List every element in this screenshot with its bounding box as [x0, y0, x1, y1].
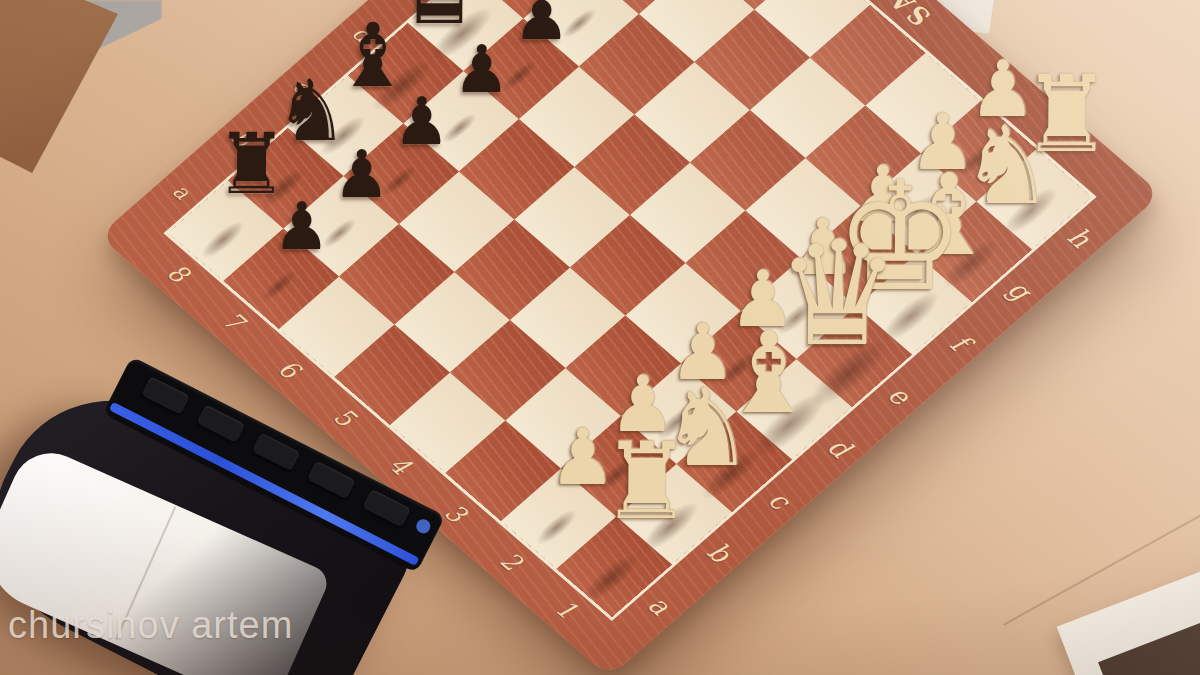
clock-button-2	[196, 404, 245, 443]
piece-black-pawn-a7: ♟	[272, 194, 329, 260]
piece-black-pawn-b7: ♟	[332, 141, 389, 207]
file-label-near-a: a	[641, 590, 676, 621]
bishop-drawing-icon: ♝	[1146, 660, 1200, 675]
piece-black-pawn-e7: ♟	[512, 0, 569, 49]
rank-label-5: 5	[327, 402, 361, 431]
piece-black-pawn-c7: ♟	[392, 89, 449, 155]
file-label-near-d: d	[821, 432, 857, 464]
score-sheet: ♝ 2	[1057, 548, 1200, 675]
file-label-near-b: b	[701, 537, 737, 569]
clock-led-icon	[414, 517, 433, 536]
photo-scene: SABIT SATM 87654321abcdefghabcdefgh♜♞♝♛♚…	[0, 0, 1200, 675]
background-chair-edge	[0, 0, 118, 173]
watermark: chursinov artem	[8, 604, 293, 647]
clock-button-3	[252, 432, 301, 471]
rank-label-2: 2	[493, 546, 527, 575]
rank-label-7: 7	[216, 306, 250, 335]
file-label-near-g: g	[1001, 275, 1037, 307]
rank-label-8: 8	[160, 258, 194, 287]
sheet-dark-square: ♝	[1098, 619, 1200, 675]
piece-white-rook-a1: ♜	[600, 429, 692, 535]
piece-black-pawn-d7: ♟	[452, 36, 509, 102]
clock-button-5	[362, 489, 411, 528]
file-label-near-c: c	[762, 485, 797, 515]
rank-label-6: 6	[271, 354, 305, 383]
file-label-near-f: f	[943, 329, 974, 356]
clock-button-4	[307, 461, 356, 500]
clock-button-1	[141, 376, 190, 415]
file-label-far-a: a	[167, 180, 195, 205]
rank-label-4: 4	[382, 450, 416, 479]
file-label-near-e: e	[881, 380, 916, 411]
file-label-near-h: h	[1061, 222, 1097, 254]
